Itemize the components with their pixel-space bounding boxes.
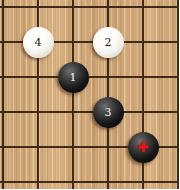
intersection-c3-r5[interactable] xyxy=(91,165,126,190)
intersection-c4-r0[interactable] xyxy=(126,0,161,25)
intersection-c5-r0[interactable] xyxy=(161,0,180,25)
intersection-c2-r1[interactable] xyxy=(56,25,91,60)
black-stone[interactable]: 3 xyxy=(93,97,124,128)
red-cross-mark-icon: ✚ xyxy=(137,140,149,154)
intersection-c2-r4[interactable] xyxy=(56,130,91,165)
intersection-c4-r2[interactable] xyxy=(126,60,161,95)
intersection-c4-r4[interactable]: ✚ xyxy=(126,130,161,165)
intersection-c0-r3[interactable] xyxy=(0,95,21,130)
intersection-c5-r4[interactable] xyxy=(161,130,180,165)
move-number-label: 3 xyxy=(105,106,112,117)
intersection-c3-r1[interactable]: 2 xyxy=(91,25,126,60)
go-board-grid: 4213✚ xyxy=(0,0,179,189)
intersection-c0-r1[interactable] xyxy=(0,25,21,60)
intersection-c3-r0[interactable] xyxy=(91,0,126,25)
intersection-c5-r3[interactable] xyxy=(161,95,180,130)
move-number-label: 1 xyxy=(70,71,77,82)
intersection-c0-r2[interactable] xyxy=(0,60,21,95)
move-number-label: 4 xyxy=(35,36,42,47)
intersection-c1-r1[interactable]: 4 xyxy=(21,25,56,60)
intersection-c4-r3[interactable] xyxy=(126,95,161,130)
go-board: 4213✚ xyxy=(0,0,179,189)
intersection-c3-r3[interactable]: 3 xyxy=(91,95,126,130)
intersection-c3-r4[interactable] xyxy=(91,130,126,165)
white-stone[interactable]: 4 xyxy=(23,27,54,58)
intersection-c2-r3[interactable] xyxy=(56,95,91,130)
move-number-label: 2 xyxy=(105,36,112,47)
intersection-c0-r5[interactable] xyxy=(0,165,21,190)
intersection-c5-r2[interactable] xyxy=(161,60,180,95)
intersection-c1-r4[interactable] xyxy=(21,130,56,165)
intersection-c1-r3[interactable] xyxy=(21,95,56,130)
intersection-c1-r0[interactable] xyxy=(21,0,56,25)
intersection-c2-r0[interactable] xyxy=(56,0,91,25)
intersection-c1-r2[interactable] xyxy=(21,60,56,95)
intersection-c0-r4[interactable] xyxy=(0,130,21,165)
intersection-c2-r2[interactable]: 1 xyxy=(56,60,91,95)
intersection-c3-r2[interactable] xyxy=(91,60,126,95)
intersection-c5-r1[interactable] xyxy=(161,25,180,60)
intersection-c1-r5[interactable] xyxy=(21,165,56,190)
intersection-c2-r5[interactable] xyxy=(56,165,91,190)
black-stone[interactable]: ✚ xyxy=(128,132,159,163)
intersection-c4-r5[interactable] xyxy=(126,165,161,190)
intersection-c5-r5[interactable] xyxy=(161,165,180,190)
intersection-c4-r1[interactable] xyxy=(126,25,161,60)
intersection-c0-r0[interactable] xyxy=(0,0,21,25)
black-stone[interactable]: 1 xyxy=(58,62,89,93)
white-stone[interactable]: 2 xyxy=(93,27,124,58)
